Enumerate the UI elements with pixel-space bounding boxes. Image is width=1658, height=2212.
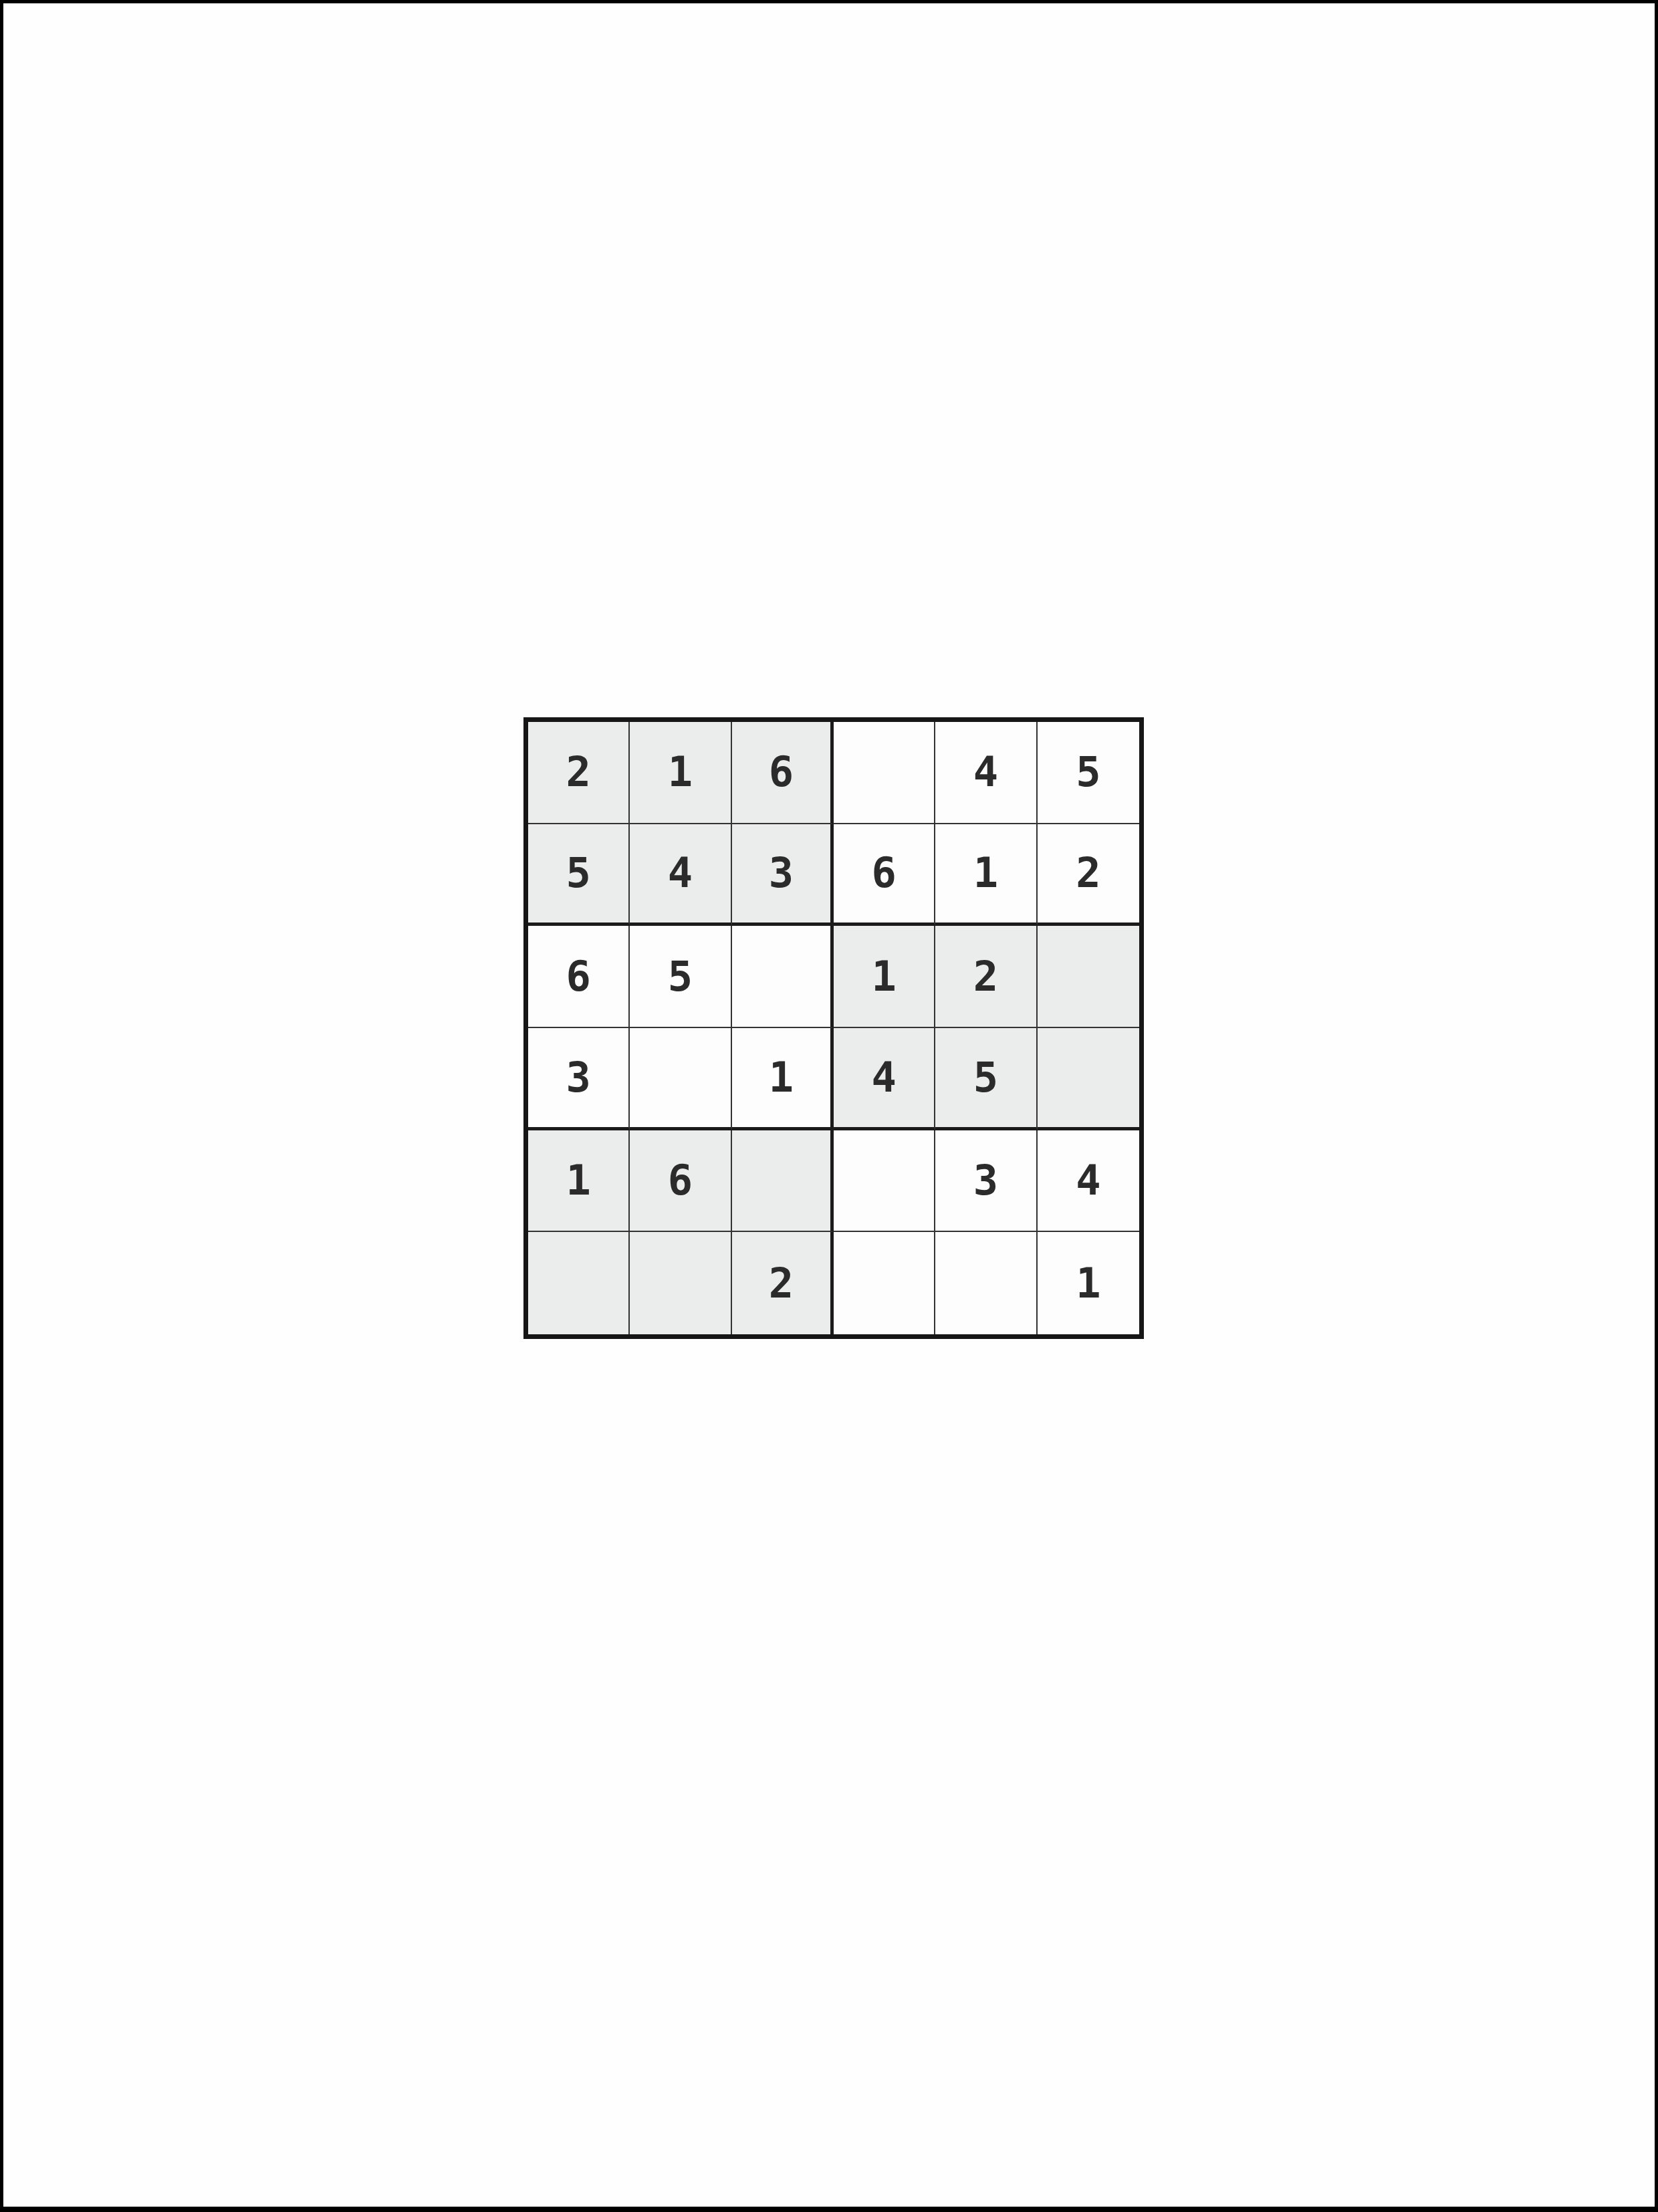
- cell-r2c1-given-5: 5: [528, 824, 630, 927]
- cell-r1c1-given-2: 2: [528, 722, 630, 824]
- cell-r5c1-given-1: 1: [528, 1130, 630, 1233]
- cell-r6c6-given-1: 1: [1038, 1232, 1139, 1334]
- cell-r6c3-given-2: 2: [732, 1232, 834, 1334]
- cell-r4c2-empty[interactable]: [630, 1028, 731, 1130]
- cell-r3c3-empty[interactable]: [732, 926, 834, 1028]
- cell-r1c4-empty[interactable]: [834, 722, 935, 824]
- cell-r1c5-given-4: 4: [935, 722, 1037, 824]
- cell-r2c6-given-2: 2: [1038, 824, 1139, 927]
- cell-r1c3-given-6: 6: [732, 722, 834, 824]
- cell-r5c2-given-6: 6: [630, 1130, 731, 1233]
- printed-sudoku-page: 2164554361265123145163421: [0, 0, 1658, 2212]
- cell-r2c3-given-3: 3: [732, 824, 834, 927]
- cell-r6c4-empty[interactable]: [834, 1232, 935, 1334]
- cell-r6c1-empty[interactable]: [528, 1232, 630, 1334]
- cell-r2c2-given-4: 4: [630, 824, 731, 927]
- cell-r5c4-empty[interactable]: [834, 1130, 935, 1233]
- cell-r5c3-empty[interactable]: [732, 1130, 834, 1233]
- cell-r4c3-given-1: 1: [732, 1028, 834, 1130]
- cell-r6c5-empty[interactable]: [935, 1232, 1037, 1334]
- cell-r4c6-empty[interactable]: [1038, 1028, 1139, 1130]
- cell-r3c1-given-6: 6: [528, 926, 630, 1028]
- cell-r5c6-given-4: 4: [1038, 1130, 1139, 1233]
- cell-r4c1-given-3: 3: [528, 1028, 630, 1130]
- cell-r6c2-empty[interactable]: [630, 1232, 731, 1334]
- cell-r3c4-given-1: 1: [834, 926, 935, 1028]
- cell-r4c5-given-5: 5: [935, 1028, 1037, 1130]
- cell-r1c2-given-1: 1: [630, 722, 731, 824]
- cell-r4c4-given-4: 4: [834, 1028, 935, 1130]
- cell-r1c6-given-5: 5: [1038, 722, 1139, 824]
- cell-r2c5-given-1: 1: [935, 824, 1037, 927]
- cell-r3c2-given-5: 5: [630, 926, 731, 1028]
- sudoku-board: 2164554361265123145163421: [523, 717, 1144, 1339]
- cell-r2c4-given-6: 6: [834, 824, 935, 927]
- cell-r3c5-given-2: 2: [935, 926, 1037, 1028]
- cell-r3c6-empty[interactable]: [1038, 926, 1139, 1028]
- cell-r5c5-given-3: 3: [935, 1130, 1037, 1233]
